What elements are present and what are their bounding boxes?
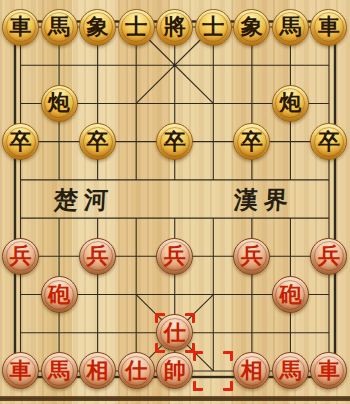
piece-glyph: 馬 (279, 359, 301, 381)
piece-glyph: 車 (318, 359, 340, 381)
piece-black-chariot[interactable]: 車 (310, 9, 347, 46)
piece-glyph: 象 (87, 15, 109, 37)
piece-glyph: 卒 (241, 130, 263, 152)
piece-glyph: 士 (202, 15, 224, 37)
piece-glyph: 象 (241, 15, 263, 37)
piece-red-soldier[interactable]: 兵 (79, 238, 116, 275)
piece-red-soldier[interactable]: 兵 (2, 238, 39, 275)
piece-red-advisor[interactable]: 仕 (118, 352, 155, 389)
piece-glyph: 將 (164, 15, 186, 37)
piece-black-chariot[interactable]: 車 (2, 9, 39, 46)
board-edge-shadow (0, 396, 350, 401)
piece-glyph: 卒 (87, 130, 109, 152)
xiangqi-board[interactable]: 楚河 漢界 車馬象士將士象馬車炮炮卒卒卒卒卒兵兵兵兵兵砲砲仕車馬相仕帥相馬車 (0, 0, 350, 404)
piece-glyph: 相 (241, 359, 263, 381)
piece-red-cannon[interactable]: 砲 (272, 276, 309, 313)
piece-glyph: 卒 (318, 130, 340, 152)
piece-glyph: 馬 (48, 15, 70, 37)
piece-black-horse[interactable]: 馬 (272, 9, 309, 46)
piece-black-cannon[interactable]: 炮 (272, 85, 309, 122)
piece-glyph: 兵 (318, 244, 340, 266)
piece-glyph: 車 (318, 15, 340, 37)
piece-red-cannon[interactable]: 砲 (41, 276, 78, 313)
river-label-right: 漢界 (233, 184, 295, 216)
piece-black-elephant[interactable]: 象 (79, 9, 116, 46)
piece-glyph: 砲 (279, 283, 301, 305)
piece-red-soldier[interactable]: 兵 (156, 238, 193, 275)
piece-glyph: 炮 (279, 91, 301, 113)
piece-black-horse[interactable]: 馬 (41, 9, 78, 46)
piece-glyph: 馬 (279, 15, 301, 37)
piece-black-advisor[interactable]: 士 (195, 9, 232, 46)
piece-glyph: 車 (10, 359, 32, 381)
piece-glyph: 仕 (125, 359, 147, 381)
piece-black-elephant[interactable]: 象 (233, 9, 270, 46)
piece-black-general[interactable]: 將 (156, 9, 193, 46)
piece-glyph: 仕 (164, 321, 186, 343)
piece-glyph: 兵 (241, 244, 263, 266)
piece-glyph: 相 (87, 359, 109, 381)
piece-glyph: 車 (10, 15, 32, 37)
piece-glyph: 兵 (87, 244, 109, 266)
piece-glyph: 砲 (48, 283, 70, 305)
river-label-left: 楚河 (53, 184, 115, 216)
piece-glyph: 帥 (164, 359, 186, 381)
piece-glyph: 士 (125, 15, 147, 37)
piece-glyph: 馬 (48, 359, 70, 381)
piece-glyph: 卒 (10, 130, 32, 152)
piece-red-soldier[interactable]: 兵 (233, 238, 270, 275)
piece-black-cannon[interactable]: 炮 (41, 85, 78, 122)
piece-red-horse[interactable]: 馬 (41, 352, 78, 389)
piece-glyph: 卒 (164, 130, 186, 152)
piece-black-soldier[interactable]: 卒 (79, 123, 116, 160)
piece-black-advisor[interactable]: 士 (118, 9, 155, 46)
piece-glyph: 炮 (48, 91, 70, 113)
piece-glyph: 兵 (164, 244, 186, 266)
piece-glyph: 兵 (10, 244, 32, 266)
piece-black-soldier[interactable]: 卒 (2, 123, 39, 160)
